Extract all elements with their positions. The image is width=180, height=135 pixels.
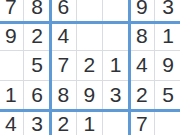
- sudoku-cell-r3c7[interactable]: 9: [129, 0, 155, 22]
- sudoku-cell-r7c4[interactable]: 2: [51, 110, 77, 135]
- sudoku-cell-r5c2[interactable]: [0, 51, 24, 80]
- sudoku-cell-r5c4[interactable]: 7: [51, 51, 77, 80]
- sudoku-cell-r3c6[interactable]: [103, 0, 129, 22]
- sudoku-cell-r7c7[interactable]: 7: [129, 110, 155, 135]
- sudoku-cell-r7c6[interactable]: [103, 110, 129, 135]
- sudoku-cell-r6c6[interactable]: 3: [103, 81, 129, 110]
- sudoku-cell-r6c7[interactable]: 2: [129, 81, 155, 110]
- sudoku-cell-r7c5[interactable]: 1: [77, 110, 103, 135]
- sudoku-cell-r5c3[interactable]: 5: [24, 51, 50, 80]
- sudoku-cell-r4c8[interactable]: 1: [155, 22, 180, 51]
- sudoku-cell-r7c8[interactable]: [155, 110, 180, 135]
- sudoku-cell-r6c2[interactable]: 1: [0, 81, 24, 110]
- sudoku-cell-r7c3[interactable]: 3: [24, 110, 50, 135]
- sudoku-cell-r6c8[interactable]: 5: [155, 81, 180, 110]
- sudoku-cell-r6c4[interactable]: 8: [51, 81, 77, 110]
- sudoku-cell-r6c5[interactable]: 9: [77, 81, 103, 110]
- sudoku-cell-r5c8[interactable]: 9: [155, 51, 180, 80]
- sudoku-cell-r3c4[interactable]: 6: [51, 0, 77, 22]
- sudoku-cell-r5c7[interactable]: 4: [129, 51, 155, 80]
- sudoku-cell-r4c2[interactable]: 9: [0, 22, 24, 51]
- sudoku-cell-r5c6[interactable]: 1: [103, 51, 129, 80]
- sudoku-cell-r3c3[interactable]: 8: [24, 0, 50, 22]
- sudoku-board-viewport: 7869392481572149168932543217: [0, 0, 180, 135]
- sudoku-cell-r3c8[interactable]: 3: [155, 0, 180, 22]
- sudoku-cell-r3c2[interactable]: 7: [0, 0, 24, 22]
- sudoku-grid: 7869392481572149168932543217: [0, 0, 180, 135]
- sudoku-cell-r4c7[interactable]: 8: [129, 22, 155, 51]
- sudoku-cell-r7c2[interactable]: 4: [0, 110, 24, 135]
- sudoku-cell-r5c5[interactable]: 2: [77, 51, 103, 80]
- sudoku-cell-r4c4[interactable]: 4: [51, 22, 77, 51]
- sudoku-cell-r6c3[interactable]: 6: [24, 81, 50, 110]
- sudoku-cell-r3c5[interactable]: [77, 0, 103, 22]
- sudoku-cell-r4c5[interactable]: [77, 22, 103, 51]
- sudoku-cell-r4c6[interactable]: [103, 22, 129, 51]
- sudoku-cell-r4c3[interactable]: 2: [24, 22, 50, 51]
